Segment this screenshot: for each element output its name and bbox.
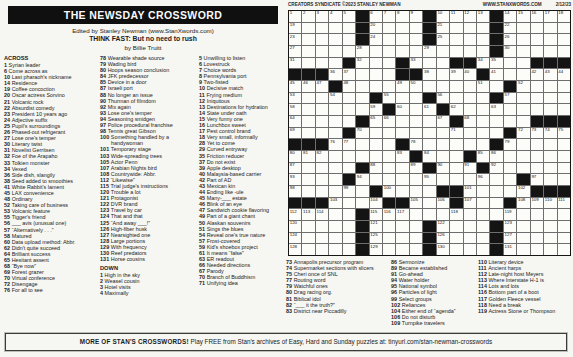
grid-cell[interactable]	[558, 221, 570, 232]
grid-cell[interactable]	[517, 23, 529, 34]
grid-cell[interactable]: 5	[343, 11, 355, 22]
grid-cell[interactable]: 72	[517, 128, 529, 139]
grid-cell[interactable]: 15	[517, 11, 529, 22]
grid-cell[interactable]	[437, 209, 449, 220]
grid-cell[interactable]	[517, 244, 529, 255]
grid-cell[interactable]	[531, 233, 543, 244]
grid-cell[interactable]: 61	[423, 104, 435, 115]
grid-cell[interactable]: 108	[517, 198, 529, 209]
grid-cell[interactable]	[396, 186, 408, 197]
grid-cell[interactable]	[329, 116, 341, 127]
grid-cell[interactable]: 50	[410, 81, 422, 92]
grid-cell[interactable]: 32	[356, 58, 368, 69]
grid-cell[interactable]	[316, 186, 328, 197]
grid-cell[interactable]	[343, 244, 355, 255]
grid-cell[interactable]: 116	[383, 209, 395, 220]
grid-cell[interactable]	[544, 233, 556, 244]
grid-cell[interactable]	[558, 34, 570, 45]
grid-cell[interactable]: 92	[490, 163, 502, 174]
grid-cell[interactable]: 56	[437, 93, 449, 104]
grid-cell[interactable]	[517, 151, 529, 162]
grid-cell[interactable]: 20	[370, 23, 382, 34]
grid-cell[interactable]	[410, 104, 422, 115]
grid-cell[interactable]	[437, 174, 449, 185]
grid-cell[interactable]: 94	[356, 174, 368, 185]
grid-cell[interactable]	[302, 93, 314, 104]
grid-cell[interactable]	[383, 244, 395, 255]
grid-cell[interactable]	[356, 81, 368, 92]
grid-cell[interactable]	[302, 116, 314, 127]
grid-cell[interactable]: 58	[289, 104, 301, 115]
grid-cell[interactable]	[450, 163, 462, 174]
grid-cell[interactable]	[396, 221, 408, 232]
grid-cell[interactable]: 12	[464, 11, 476, 22]
grid-cell[interactable]: 95	[423, 174, 435, 185]
grid-cell[interactable]	[558, 209, 570, 220]
grid-cell[interactable]	[517, 221, 529, 232]
grid-cell[interactable]	[477, 233, 489, 244]
grid-cell[interactable]	[477, 23, 489, 34]
grid-cell[interactable]: 89	[410, 163, 422, 174]
grid-cell[interactable]	[450, 93, 462, 104]
grid-cell[interactable]: 111	[558, 198, 570, 209]
grid-cell[interactable]	[517, 163, 529, 174]
grid-cell[interactable]: 40	[464, 69, 476, 80]
grid-cell[interactable]: 104	[370, 198, 382, 209]
grid-cell[interactable]	[544, 174, 556, 185]
grid-cell[interactable]	[558, 81, 570, 92]
grid-cell[interactable]	[329, 128, 341, 139]
grid-cell[interactable]	[370, 46, 382, 57]
grid-cell[interactable]: 37	[343, 69, 355, 80]
grid-cell[interactable]	[383, 233, 395, 244]
grid-cell[interactable]	[316, 46, 328, 57]
grid-cell[interactable]: 38	[423, 69, 435, 80]
grid-cell[interactable]	[544, 81, 556, 92]
grid-cell[interactable]	[370, 81, 382, 92]
grid-cell[interactable]	[531, 139, 543, 150]
grid-cell[interactable]: 130	[437, 244, 449, 255]
grid-cell[interactable]: 31	[289, 58, 301, 69]
grid-cell[interactable]: 68	[464, 116, 476, 127]
grid-cell[interactable]: 127	[504, 233, 516, 244]
grid-cell[interactable]: 88	[370, 163, 382, 174]
grid-cell[interactable]	[423, 198, 435, 209]
grid-cell[interactable]	[544, 139, 556, 150]
grid-cell[interactable]: 66	[383, 116, 395, 127]
grid-cell[interactable]	[343, 34, 355, 45]
grid-cell[interactable]	[477, 34, 489, 45]
grid-cell[interactable]: 86	[490, 151, 502, 162]
grid-cell[interactable]	[464, 174, 476, 185]
grid-cell[interactable]: 57	[504, 93, 516, 104]
grid-cell[interactable]	[477, 116, 489, 127]
grid-cell[interactable]	[544, 104, 556, 115]
grid-cell[interactable]	[370, 58, 382, 69]
grid-cell[interactable]: 79	[504, 139, 516, 150]
grid-cell[interactable]: 71	[450, 128, 462, 139]
grid-cell[interactable]	[329, 34, 341, 45]
grid-cell[interactable]: 129	[370, 244, 382, 255]
grid-cell[interactable]	[396, 23, 408, 34]
grid-cell[interactable]: 46	[302, 81, 314, 92]
grid-cell[interactable]: 29	[423, 46, 435, 57]
grid-cell[interactable]	[490, 128, 502, 139]
grid-cell[interactable]	[531, 221, 543, 232]
grid-cell[interactable]: 44	[558, 69, 570, 80]
grid-cell[interactable]	[450, 139, 462, 150]
grid-cell[interactable]	[531, 81, 543, 92]
grid-cell[interactable]: 100	[383, 186, 395, 197]
grid-cell[interactable]	[356, 198, 368, 209]
grid-cell[interactable]	[517, 46, 529, 57]
grid-cell[interactable]	[302, 58, 314, 69]
grid-cell[interactable]	[423, 81, 435, 92]
grid-cell[interactable]	[437, 46, 449, 57]
grid-cell[interactable]: 41	[490, 69, 502, 80]
grid-cell[interactable]	[544, 244, 556, 255]
grid-cell[interactable]	[383, 58, 395, 69]
grid-cell[interactable]: 4	[329, 11, 341, 22]
grid-cell[interactable]	[517, 93, 529, 104]
grid-cell[interactable]: 3	[316, 11, 328, 22]
grid-cell[interactable]: 65	[370, 116, 382, 127]
grid-cell[interactable]	[517, 139, 529, 150]
grid-cell[interactable]	[531, 163, 543, 174]
grid-cell[interactable]: 112	[289, 209, 301, 220]
grid-cell[interactable]	[464, 244, 476, 255]
grid-cell[interactable]	[477, 244, 489, 255]
grid-cell[interactable]	[477, 186, 489, 197]
grid-cell[interactable]	[517, 116, 529, 127]
grid-cell[interactable]	[437, 151, 449, 162]
grid-cell[interactable]	[302, 46, 314, 57]
grid-cell[interactable]	[544, 163, 556, 174]
grid-cell[interactable]: 39	[450, 69, 462, 80]
grid-cell[interactable]	[302, 221, 314, 232]
grid-cell[interactable]: 36	[329, 69, 341, 80]
grid-cell[interactable]: 90	[437, 163, 449, 174]
grid-cell[interactable]	[464, 139, 476, 150]
grid-cell[interactable]	[329, 209, 341, 220]
grid-cell[interactable]	[437, 139, 449, 150]
grid-cell[interactable]: 8	[396, 11, 408, 22]
grid-cell[interactable]	[410, 244, 422, 255]
grid-cell[interactable]	[329, 104, 341, 115]
grid-cell[interactable]	[504, 69, 516, 80]
grid-cell[interactable]	[464, 46, 476, 57]
grid-cell[interactable]: 34	[477, 58, 489, 69]
grid-cell[interactable]	[544, 209, 556, 220]
grid-cell[interactable]	[343, 116, 355, 127]
grid-cell[interactable]	[504, 174, 516, 185]
grid-cell[interactable]	[316, 58, 328, 69]
grid-cell[interactable]	[544, 46, 556, 57]
grid-cell[interactable]	[302, 104, 314, 115]
grid-cell[interactable]	[517, 209, 529, 220]
grid-cell[interactable]	[464, 93, 476, 104]
grid-cell[interactable]	[343, 163, 355, 174]
grid-cell[interactable]	[329, 23, 341, 34]
grid-cell[interactable]	[544, 221, 556, 232]
grid-cell[interactable]	[558, 163, 570, 174]
grid-cell[interactable]	[477, 46, 489, 57]
grid-cell[interactable]	[396, 163, 408, 174]
grid-cell[interactable]: 49	[396, 81, 408, 92]
grid-cell[interactable]	[490, 198, 502, 209]
grid-cell[interactable]	[343, 93, 355, 104]
grid-cell[interactable]	[437, 58, 449, 69]
grid-cell[interactable]	[329, 174, 341, 185]
grid-cell[interactable]	[302, 233, 314, 244]
grid-cell[interactable]	[316, 23, 328, 34]
grid-cell[interactable]	[383, 139, 395, 150]
grid-cell[interactable]	[544, 151, 556, 162]
grid-cell[interactable]	[464, 221, 476, 232]
grid-cell[interactable]: 13	[477, 11, 489, 22]
grid-cell[interactable]	[410, 221, 422, 232]
grid-cell[interactable]	[356, 93, 368, 104]
grid-cell[interactable]	[383, 46, 395, 57]
grid-cell[interactable]	[517, 233, 529, 244]
grid-cell[interactable]: 43	[544, 69, 556, 80]
grid-cell[interactable]	[370, 139, 382, 150]
grid-cell[interactable]	[464, 209, 476, 220]
grid-cell[interactable]	[450, 46, 462, 57]
grid-cell[interactable]	[383, 81, 395, 92]
grid-cell[interactable]	[302, 163, 314, 174]
grid-cell[interactable]	[423, 128, 435, 139]
grid-cell[interactable]: 128	[289, 244, 301, 255]
grid-cell[interactable]	[396, 128, 408, 139]
grid-cell[interactable]: 9	[410, 11, 422, 22]
grid-cell[interactable]: 18	[558, 11, 570, 22]
grid-cell[interactable]	[370, 128, 382, 139]
grid-cell[interactable]	[558, 139, 570, 150]
grid-cell[interactable]: 122	[437, 221, 449, 232]
grid-cell[interactable]	[410, 233, 422, 244]
grid-cell[interactable]	[504, 58, 516, 69]
grid-cell[interactable]: 22	[504, 23, 516, 34]
grid-cell[interactable]: 113	[302, 209, 314, 220]
grid-cell[interactable]	[329, 151, 341, 162]
grid-cell[interactable]	[316, 116, 328, 127]
grid-cell[interactable]	[477, 209, 489, 220]
grid-cell[interactable]: 106	[437, 198, 449, 209]
grid-cell[interactable]	[396, 244, 408, 255]
grid-cell[interactable]: 52	[517, 81, 529, 92]
grid-cell[interactable]	[464, 81, 476, 92]
grid-cell[interactable]	[558, 244, 570, 255]
grid-cell[interactable]	[423, 116, 435, 127]
grid-cell[interactable]: 102	[517, 186, 529, 197]
grid-cell[interactable]: 60	[396, 104, 408, 115]
grid-cell[interactable]	[477, 198, 489, 209]
grid-cell[interactable]: 87	[289, 163, 301, 174]
grid-cell[interactable]	[410, 93, 422, 104]
grid-cell[interactable]	[302, 174, 314, 185]
grid-cell[interactable]	[464, 34, 476, 45]
grid-cell[interactable]	[464, 23, 476, 34]
grid-cell[interactable]	[329, 58, 341, 69]
grid-cell[interactable]	[396, 233, 408, 244]
grid-cell[interactable]: 64	[289, 116, 301, 127]
grid-cell[interactable]: 81	[302, 151, 314, 162]
grid-cell[interactable]	[343, 198, 355, 209]
grid-cell[interactable]: 117	[396, 209, 408, 220]
grid-cell[interactable]: 93	[289, 174, 301, 185]
grid-cell[interactable]: 115	[370, 209, 382, 220]
grid-cell[interactable]: 59	[370, 104, 382, 115]
grid-cell[interactable]	[396, 34, 408, 45]
grid-cell[interactable]	[410, 46, 422, 57]
grid-cell[interactable]: 107	[464, 198, 476, 209]
grid-cell[interactable]	[490, 186, 502, 197]
grid-cell[interactable]: 105	[410, 198, 422, 209]
grid-cell[interactable]: 97	[531, 174, 543, 185]
grid-cell[interactable]	[410, 174, 422, 185]
grid-cell[interactable]	[383, 128, 395, 139]
grid-cell[interactable]	[302, 186, 314, 197]
grid-cell[interactable]	[423, 209, 435, 220]
grid-cell[interactable]: 2	[302, 11, 314, 22]
grid-cell[interactable]	[450, 151, 462, 162]
grid-cell[interactable]	[531, 46, 543, 57]
grid-cell[interactable]: 24	[370, 34, 382, 45]
grid-cell[interactable]	[558, 93, 570, 104]
grid-cell[interactable]: 67	[437, 116, 449, 127]
grid-cell[interactable]: 84	[423, 151, 435, 162]
grid-cell[interactable]	[558, 104, 570, 115]
grid-cell[interactable]	[383, 163, 395, 174]
grid-cell[interactable]: 17	[544, 11, 556, 22]
grid-cell[interactable]	[450, 221, 462, 232]
grid-cell[interactable]	[316, 128, 328, 139]
grid-cell[interactable]	[544, 23, 556, 34]
grid-cell[interactable]	[437, 81, 449, 92]
grid-cell[interactable]: 96	[477, 174, 489, 185]
grid-cell[interactable]	[329, 163, 341, 174]
grid-cell[interactable]	[356, 104, 368, 115]
grid-cell[interactable]	[531, 93, 543, 104]
grid-cell[interactable]	[356, 151, 368, 162]
grid-cell[interactable]	[316, 244, 328, 255]
grid-cell[interactable]: 51	[477, 81, 489, 92]
grid-cell[interactable]	[544, 93, 556, 104]
grid-cell[interactable]	[477, 128, 489, 139]
grid-cell[interactable]	[558, 151, 570, 162]
grid-cell[interactable]	[343, 151, 355, 162]
grid-cell[interactable]: 119	[504, 209, 516, 220]
grid-cell[interactable]	[396, 93, 408, 104]
grid-cell[interactable]: 11	[450, 11, 462, 22]
grid-cell[interactable]: 74	[544, 128, 556, 139]
grid-cell[interactable]	[531, 23, 543, 34]
grid-cell[interactable]: 16	[531, 11, 543, 22]
grid-cell[interactable]: 75	[558, 128, 570, 139]
grid-cell[interactable]: 126	[437, 233, 449, 244]
grid-cell[interactable]: 69	[289, 128, 301, 139]
grid-cell[interactable]	[517, 58, 529, 69]
grid-cell[interactable]	[329, 186, 341, 197]
grid-cell[interactable]	[558, 233, 570, 244]
grid-cell[interactable]	[490, 81, 502, 92]
grid-cell[interactable]	[558, 23, 570, 34]
grid-cell[interactable]: 21	[437, 23, 449, 34]
grid-cell[interactable]	[437, 128, 449, 139]
grid-cell[interactable]	[356, 139, 368, 150]
grid-cell[interactable]: 114	[316, 209, 328, 220]
grid-cell[interactable]: 121	[370, 221, 382, 232]
grid-cell[interactable]: 42	[531, 69, 543, 80]
grid-cell[interactable]	[396, 46, 408, 57]
grid-cell[interactable]	[504, 116, 516, 127]
grid-cell[interactable]: 1	[289, 11, 301, 22]
grid-cell[interactable]	[450, 244, 462, 255]
grid-cell[interactable]: 83	[396, 151, 408, 162]
grid-cell[interactable]	[302, 34, 314, 45]
grid-cell[interactable]: 110	[544, 198, 556, 209]
grid-cell[interactable]: 10	[437, 11, 449, 22]
grid-cell[interactable]: 53	[289, 93, 301, 104]
grid-cell[interactable]: 131	[504, 244, 516, 255]
grid-cell[interactable]: 55	[383, 93, 395, 104]
grid-cell[interactable]	[464, 128, 476, 139]
grid-cell[interactable]	[450, 34, 462, 45]
grid-cell[interactable]: 33	[410, 58, 422, 69]
grid-cell[interactable]: 62	[450, 104, 462, 115]
grid-cell[interactable]: 45	[289, 81, 301, 92]
grid-cell[interactable]	[531, 104, 543, 115]
grid-cell[interactable]: 76	[329, 139, 341, 150]
grid-cell[interactable]	[450, 233, 462, 244]
grid-cell[interactable]	[316, 104, 328, 115]
grid-cell[interactable]: 109	[531, 198, 543, 209]
grid-cell[interactable]: 30	[504, 46, 516, 57]
grid-cell[interactable]: 35	[490, 58, 502, 69]
grid-cell[interactable]: 80	[289, 151, 301, 162]
grid-cell[interactable]	[329, 233, 341, 244]
grid-cell[interactable]: 7	[383, 11, 395, 22]
grid-cell[interactable]	[383, 34, 395, 45]
grid-cell[interactable]	[477, 139, 489, 150]
grid-cell[interactable]	[343, 46, 355, 57]
grid-cell[interactable]: 101	[464, 186, 476, 197]
grid-cell[interactable]	[329, 46, 341, 57]
grid-cell[interactable]	[316, 163, 328, 174]
grid-cell[interactable]: 123	[504, 221, 516, 232]
grid-cell[interactable]	[450, 174, 462, 185]
grid-cell[interactable]	[437, 69, 449, 80]
grid-cell[interactable]	[504, 104, 516, 115]
grid-cell[interactable]	[531, 151, 543, 162]
grid-cell[interactable]	[383, 174, 395, 185]
grid-cell[interactable]	[343, 233, 355, 244]
grid-cell[interactable]	[531, 209, 543, 220]
grid-cell[interactable]	[490, 116, 502, 127]
grid-cell[interactable]	[544, 34, 556, 45]
grid-cell[interactable]	[410, 128, 422, 139]
grid-cell[interactable]	[410, 209, 422, 220]
grid-cell[interactable]	[504, 186, 516, 197]
grid-cell[interactable]	[343, 209, 355, 220]
grid-cell[interactable]: 23	[289, 34, 301, 45]
grid-cell[interactable]	[302, 244, 314, 255]
grid-cell[interactable]	[316, 34, 328, 45]
grid-cell[interactable]	[356, 186, 368, 197]
grid-cell[interactable]: 47	[316, 81, 328, 92]
grid-cell[interactable]: 48	[343, 81, 355, 92]
